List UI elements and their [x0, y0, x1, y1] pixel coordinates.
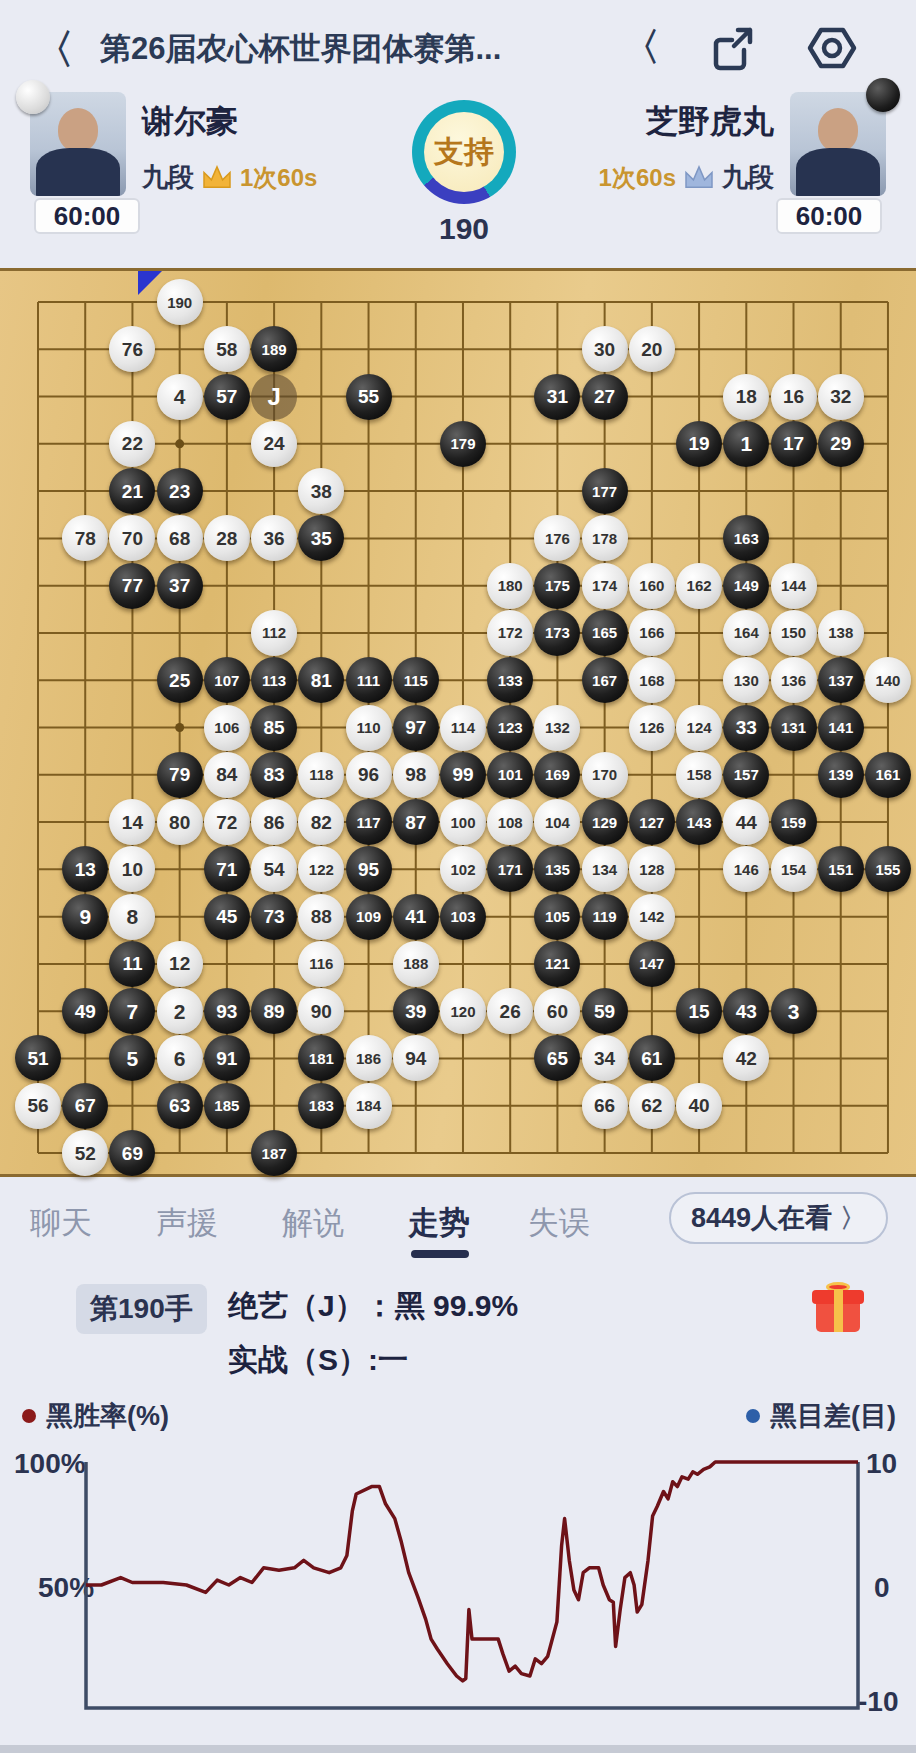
stone-move-100: 100	[440, 799, 486, 845]
stone-move-144: 144	[771, 563, 817, 609]
stone-move-114: 114	[440, 705, 486, 751]
stone-move-139: 139	[818, 752, 864, 798]
stone-move-141: 141	[818, 705, 864, 751]
stone-move-132: 132	[534, 705, 580, 751]
stone-move-115: 115	[393, 657, 439, 703]
stone-move-150: 150	[771, 610, 817, 656]
white-player-rank-row: 九段 1次60s	[142, 160, 317, 195]
stone-move-73: 73	[251, 894, 297, 940]
stone-move-103: 103	[440, 894, 486, 940]
stone-move-138: 138	[818, 610, 864, 656]
stone-move-20: 20	[629, 326, 675, 372]
stone-move-110: 110	[346, 705, 392, 751]
stone-move-2: 2	[157, 988, 203, 1034]
stone-move-111: 111	[346, 657, 392, 703]
stone-move-117: 117	[346, 799, 392, 845]
stone-move-32: 32	[818, 374, 864, 420]
collapse-chevron-icon[interactable]: 〈	[622, 22, 660, 73]
support-label: 支持	[424, 112, 504, 192]
black-player-name: 芝野虎丸	[646, 100, 774, 144]
stone-move-177: 177	[582, 468, 628, 514]
stone-move-188: 188	[393, 941, 439, 987]
stone-move-179: 179	[440, 421, 486, 467]
stone-move-169: 169	[534, 752, 580, 798]
stone-move-37: 37	[157, 563, 203, 609]
stone-move-4: 4	[157, 374, 203, 420]
top-bar: 〈 第26届农心杯世界团体赛第... 〈	[0, 0, 916, 88]
stone-move-124: 124	[676, 705, 722, 751]
support-button[interactable]: 支持	[412, 100, 516, 204]
white-player-name: 谢尔豪	[142, 100, 238, 144]
stone-move-39: 39	[393, 988, 439, 1034]
stone-move-128: 128	[629, 846, 675, 892]
page-title: 第26届农心杯世界团体赛第...	[100, 28, 600, 70]
tab-bar: 8449人在看 〉 聊天声援解说走势失误	[0, 1190, 916, 1260]
last-move-marker	[138, 271, 162, 295]
tab-2[interactable]: 声援	[156, 1202, 218, 1244]
stone-move-123: 123	[487, 705, 533, 751]
stone-move-84: 84	[204, 752, 250, 798]
stone-move-157: 157	[723, 752, 769, 798]
stone-move-158: 158	[676, 752, 722, 798]
viewers-pill[interactable]: 8449人在看 〉	[669, 1192, 888, 1244]
stone-move-167: 167	[582, 657, 628, 703]
stone-move-95: 95	[346, 846, 392, 892]
crown-gold-icon	[202, 165, 232, 191]
stone-move-86: 86	[251, 799, 297, 845]
stone-move-62: 62	[629, 1083, 675, 1129]
stone-move-118: 118	[298, 752, 344, 798]
stone-move-85: 85	[251, 705, 297, 751]
stone-move-97: 97	[393, 705, 439, 751]
stone-move-140: 140	[865, 657, 911, 703]
stone-move-80: 80	[157, 799, 203, 845]
stone-move-88: 88	[298, 894, 344, 940]
crown-silver-icon	[684, 165, 714, 191]
stone-move-155: 155	[865, 846, 911, 892]
stone-move-113: 113	[251, 657, 297, 703]
black-clock: 60:00	[776, 198, 882, 234]
move-number-badge: 第190手	[76, 1284, 207, 1334]
black-time-setting: 1次60s	[599, 162, 676, 194]
stone-move-63: 63	[157, 1083, 203, 1129]
stone-move-71: 71	[204, 846, 250, 892]
stone-move-25: 25	[157, 657, 203, 703]
stone-move-108: 108	[487, 799, 533, 845]
stone-move-170: 170	[582, 752, 628, 798]
stone-move-120: 120	[440, 988, 486, 1034]
stone-move-9: 9	[62, 894, 108, 940]
stone-move-28: 28	[204, 515, 250, 561]
go-app-screen: 〈 第26届农心杯世界团体赛第... 〈 谢尔豪 九段 1次60s 60:00 …	[0, 0, 916, 1753]
stone-move-15: 15	[676, 988, 722, 1034]
stone-move-160: 160	[629, 563, 675, 609]
stone-move-45: 45	[204, 894, 250, 940]
settings-gear-icon[interactable]	[806, 22, 858, 78]
stone-move-116: 116	[298, 941, 344, 987]
stone-move-190: 190	[157, 279, 203, 325]
active-tab-underline	[411, 1250, 469, 1258]
tab-5[interactable]: 失误	[528, 1202, 590, 1244]
stone-move-162: 162	[676, 563, 722, 609]
stone-move-58: 58	[204, 326, 250, 372]
stone-move-94: 94	[393, 1035, 439, 1081]
stone-move-105: 105	[534, 894, 580, 940]
stone-move-186: 186	[346, 1035, 392, 1081]
black-stone-badge	[866, 78, 900, 112]
gift-icon[interactable]	[812, 1282, 864, 1334]
stone-move-24: 24	[251, 421, 297, 467]
stone-move-96: 96	[346, 752, 392, 798]
stone-move-66: 66	[582, 1083, 628, 1129]
stone-move-166: 166	[629, 610, 675, 656]
stone-move-101: 101	[487, 752, 533, 798]
stone-move-77: 77	[109, 563, 155, 609]
stone-move-57: 57	[204, 374, 250, 420]
stone-move-89: 89	[251, 988, 297, 1034]
stone-move-175: 175	[534, 563, 580, 609]
stone-move-72: 72	[204, 799, 250, 845]
stone-move-184: 184	[346, 1083, 392, 1129]
stone-move-183: 183	[298, 1083, 344, 1129]
share-icon[interactable]	[706, 22, 758, 78]
back-icon[interactable]: 〈	[34, 22, 74, 77]
stone-move-23: 23	[157, 468, 203, 514]
stone-move-61: 61	[629, 1035, 675, 1081]
stone-move-106: 106	[204, 705, 250, 751]
stone-move-165: 165	[582, 610, 628, 656]
current-move-number: 190	[412, 212, 516, 246]
black-rank: 九段	[722, 160, 774, 195]
stone-move-98: 98	[393, 752, 439, 798]
avatar-placeholder	[58, 108, 98, 152]
stone-move-22: 22	[109, 421, 155, 467]
stone-move-185: 185	[204, 1083, 250, 1129]
stone-move-131: 131	[771, 705, 817, 751]
stone-move-178: 178	[582, 515, 628, 561]
black-player-rank-row: 1次60s 九段	[599, 160, 774, 195]
stone-move-33: 33	[723, 705, 769, 751]
stone-move-67: 67	[62, 1083, 108, 1129]
tab-3[interactable]: 解说	[282, 1202, 344, 1244]
stone-move-151: 151	[818, 846, 864, 892]
avatar-placeholder	[818, 108, 858, 152]
stone-move-19: 19	[676, 421, 722, 467]
stone-move-121: 121	[534, 941, 580, 987]
footer-divider	[0, 1745, 916, 1753]
stone-move-187: 187	[251, 1130, 297, 1176]
stone-move-172: 172	[487, 610, 533, 656]
tab-4[interactable]: 走势	[408, 1202, 470, 1244]
stone-move-1: 1	[723, 421, 769, 467]
go-board[interactable]: 1907658189302045755312718163222241791911…	[0, 268, 916, 1177]
stone-move-127: 127	[629, 799, 675, 845]
stone-move-147: 147	[629, 941, 675, 987]
stone-move-134: 134	[582, 846, 628, 892]
stone-move-159: 159	[771, 799, 817, 845]
stone-move-87: 87	[393, 799, 439, 845]
stone-move-102: 102	[440, 846, 486, 892]
stone-move-68: 68	[157, 515, 203, 561]
stone-move-79: 79	[157, 752, 203, 798]
viewers-count: 8449人在看	[691, 1200, 832, 1236]
stone-move-41: 41	[393, 894, 439, 940]
stone-move-164: 164	[723, 610, 769, 656]
stone-move-6: 6	[157, 1035, 203, 1081]
stone-move-40: 40	[676, 1083, 722, 1129]
chevron-right-icon: 〉	[840, 1201, 866, 1236]
white-time-setting: 1次60s	[240, 162, 317, 194]
move-info-panel: 第190手 绝艺（J）：黑 99.9% 实战（S）:一	[0, 1268, 916, 1388]
ai-suggestion-ghost-stone: J	[251, 374, 297, 420]
stone-move-56: 56	[15, 1083, 61, 1129]
stone-move-18: 18	[723, 374, 769, 420]
stone-move-55: 55	[346, 374, 392, 420]
stone-move-180: 180	[487, 563, 533, 609]
stone-move-126: 126	[629, 705, 675, 751]
stone-move-30: 30	[582, 326, 628, 372]
stone-move-142: 142	[629, 894, 675, 940]
support-progress-ring: 支持	[412, 100, 516, 204]
stone-move-99: 99	[440, 752, 486, 798]
stone-move-3: 3	[771, 988, 817, 1034]
stone-move-149: 149	[723, 563, 769, 609]
stone-move-17: 17	[771, 421, 817, 467]
stone-move-27: 27	[582, 374, 628, 420]
stone-move-161: 161	[865, 752, 911, 798]
stone-move-8: 8	[109, 894, 155, 940]
stone-move-154: 154	[771, 846, 817, 892]
stone-move-12: 12	[157, 941, 203, 987]
stone-move-59: 59	[582, 988, 628, 1034]
white-clock: 60:00	[34, 198, 140, 234]
stone-move-93: 93	[204, 988, 250, 1034]
stone-move-83: 83	[251, 752, 297, 798]
stone-move-16: 16	[771, 374, 817, 420]
stone-move-112: 112	[251, 610, 297, 656]
stone-move-109: 109	[346, 894, 392, 940]
ai-winrate-line: 绝艺（J）：黑 99.9%	[228, 1286, 518, 1327]
stone-move-168: 168	[629, 657, 675, 703]
stone-move-107: 107	[204, 657, 250, 703]
stone-move-136: 136	[771, 657, 817, 703]
stone-move-31: 31	[534, 374, 580, 420]
stone-move-119: 119	[582, 894, 628, 940]
stone-move-34: 34	[582, 1035, 628, 1081]
tab-1[interactable]: 聊天	[30, 1202, 92, 1244]
winrate-line-plot	[0, 1390, 916, 1745]
actual-move-line: 实战（S）:一	[228, 1340, 408, 1381]
white-rank: 九段	[142, 160, 194, 195]
stone-move-52: 52	[62, 1130, 108, 1176]
white-stone-badge	[16, 80, 50, 114]
stone-move-29: 29	[818, 421, 864, 467]
stone-move-129: 129	[582, 799, 628, 845]
winrate-chart: 黑胜率(%) 黑目差(目) 100% 50% 10 0 -10	[0, 1390, 916, 1745]
stone-move-174: 174	[582, 563, 628, 609]
stone-move-143: 143	[676, 799, 722, 845]
stone-move-137: 137	[818, 657, 864, 703]
